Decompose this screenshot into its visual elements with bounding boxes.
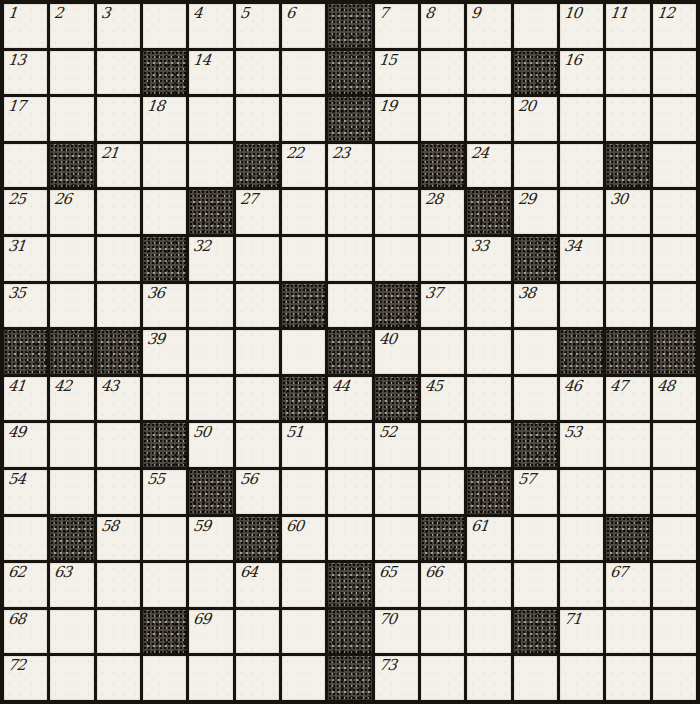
block-r8c1 (4, 330, 47, 374)
cell-r9c8[interactable]: 44 (328, 377, 371, 421)
clue-number-34: 34 (563, 238, 582, 255)
cell-r8c5[interactable] (189, 330, 232, 374)
cell-r4c9[interactable] (375, 144, 418, 188)
cell-r5c7[interactable] (282, 190, 325, 234)
cell-r6c9[interactable] (375, 237, 418, 281)
cell-r10c15[interactable] (653, 423, 696, 467)
cell-r2c13[interactable]: 16 (560, 51, 603, 95)
clue-number-12: 12 (656, 5, 675, 22)
block-r5c11 (467, 190, 510, 234)
cell-r11c7[interactable] (282, 470, 325, 514)
cell-r12c8[interactable] (328, 517, 371, 561)
crossword-grid: 1234567891011121314151617181920212223242… (0, 0, 700, 704)
cell-r10c3[interactable] (97, 423, 140, 467)
cell-r14c6[interactable] (236, 610, 279, 654)
block-r4c2 (50, 144, 93, 188)
block-r8c2 (50, 330, 93, 374)
block-r14c12 (514, 610, 557, 654)
clue-number-15: 15 (378, 52, 397, 69)
block-r6c12 (514, 237, 557, 281)
clue-number-37: 37 (424, 285, 443, 302)
clue-number-7: 7 (378, 5, 388, 22)
cell-r6c1[interactable]: 31 (4, 237, 47, 281)
cell-r10c11[interactable] (467, 423, 510, 467)
block-r8c14 (606, 330, 649, 374)
cell-r13c4[interactable] (143, 563, 186, 607)
cell-r13c14[interactable]: 67 (606, 563, 649, 607)
cell-r2c3[interactable] (97, 51, 140, 95)
cell-r13c11[interactable] (467, 563, 510, 607)
clue-number-44: 44 (331, 378, 350, 395)
cell-r13c1[interactable]: 62 (4, 563, 47, 607)
cell-r11c9[interactable] (375, 470, 418, 514)
clue-number-16: 16 (563, 52, 582, 69)
cell-r8c12[interactable] (514, 330, 557, 374)
cell-r8c9[interactable]: 40 (375, 330, 418, 374)
clue-number-4: 4 (192, 5, 202, 22)
cell-r5c13[interactable] (560, 190, 603, 234)
cell-r14c13[interactable]: 71 (560, 610, 603, 654)
clue-number-73: 73 (378, 657, 397, 674)
cell-r14c10[interactable] (421, 610, 464, 654)
block-r1c8 (328, 4, 371, 48)
cell-r11c10[interactable] (421, 470, 464, 514)
clue-number-36: 36 (146, 285, 165, 302)
cell-r15c12[interactable] (514, 656, 557, 700)
cell-r3c6[interactable] (236, 97, 279, 141)
clue-number-48: 48 (656, 378, 675, 395)
clue-number-6: 6 (285, 5, 295, 22)
cell-r15c15[interactable] (653, 656, 696, 700)
cell-r10c2[interactable] (50, 423, 93, 467)
block-r14c8 (328, 610, 371, 654)
clue-number-66: 66 (424, 564, 443, 581)
cell-r9c13[interactable]: 46 (560, 377, 603, 421)
cell-r7c5[interactable] (189, 284, 232, 328)
cell-r11c3[interactable] (97, 470, 140, 514)
cell-r7c2[interactable] (50, 284, 93, 328)
clue-number-33: 33 (470, 238, 489, 255)
clue-number-28: 28 (424, 191, 443, 208)
cell-r6c10[interactable] (421, 237, 464, 281)
cell-r6c8[interactable] (328, 237, 371, 281)
cell-r9c11[interactable] (467, 377, 510, 421)
cell-r6c6[interactable] (236, 237, 279, 281)
block-r12c14 (606, 517, 649, 561)
clue-number-14: 14 (192, 52, 211, 69)
block-r2c4 (143, 51, 186, 95)
cell-r3c14[interactable] (606, 97, 649, 141)
cell-r1c2[interactable]: 2 (50, 4, 93, 48)
cell-r3c12[interactable]: 20 (514, 97, 557, 141)
cell-r1c3[interactable]: 3 (97, 4, 140, 48)
cell-r15c1[interactable]: 72 (4, 656, 47, 700)
cell-r3c1[interactable]: 17 (4, 97, 47, 141)
clue-number-50: 50 (192, 424, 211, 441)
cell-r10c13[interactable]: 53 (560, 423, 603, 467)
cell-r3c10[interactable] (421, 97, 464, 141)
clue-number-68: 68 (7, 611, 26, 628)
cell-r3c5[interactable] (189, 97, 232, 141)
cell-r13c5[interactable] (189, 563, 232, 607)
cell-r15c4[interactable] (143, 656, 186, 700)
cell-r11c6[interactable]: 56 (236, 470, 279, 514)
cell-r7c3[interactable] (97, 284, 140, 328)
cell-r3c7[interactable] (282, 97, 325, 141)
cell-r14c15[interactable] (653, 610, 696, 654)
clue-number-35: 35 (7, 285, 26, 302)
cell-r4c1[interactable] (4, 144, 47, 188)
cell-r15c3[interactable] (97, 656, 140, 700)
clue-number-71: 71 (563, 611, 582, 628)
block-r9c7 (282, 377, 325, 421)
cell-r10c5[interactable]: 50 (189, 423, 232, 467)
cell-r6c14[interactable] (606, 237, 649, 281)
cell-r9c15[interactable]: 48 (653, 377, 696, 421)
cell-r1c1[interactable]: 1 (4, 4, 47, 48)
block-r6c4 (143, 237, 186, 281)
cell-r12c11[interactable]: 61 (467, 517, 510, 561)
block-r8c8 (328, 330, 371, 374)
clue-number-17: 17 (7, 98, 26, 115)
cell-r13c10[interactable]: 66 (421, 563, 464, 607)
cell-r8c10[interactable] (421, 330, 464, 374)
cell-r15c2[interactable] (50, 656, 93, 700)
cell-r11c15[interactable] (653, 470, 696, 514)
clue-number-10: 10 (563, 5, 582, 22)
cell-r3c3[interactable] (97, 97, 140, 141)
clue-number-2: 2 (53, 5, 63, 22)
cell-r9c4[interactable] (143, 377, 186, 421)
cell-r12c13[interactable] (560, 517, 603, 561)
clue-number-62: 62 (7, 564, 26, 581)
block-r11c5 (189, 470, 232, 514)
cell-r5c2[interactable]: 26 (50, 190, 93, 234)
block-r10c4 (143, 423, 186, 467)
cell-r14c14[interactable] (606, 610, 649, 654)
clue-number-49: 49 (7, 424, 26, 441)
cell-r3c4[interactable]: 18 (143, 97, 186, 141)
clue-number-42: 42 (53, 378, 72, 395)
clue-number-32: 32 (192, 238, 211, 255)
cell-r13c7[interactable] (282, 563, 325, 607)
cell-r9c6[interactable] (236, 377, 279, 421)
cell-r2c14[interactable] (606, 51, 649, 95)
clue-number-67: 67 (609, 564, 628, 581)
cell-r7c13[interactable] (560, 284, 603, 328)
cell-r15c6[interactable] (236, 656, 279, 700)
clue-number-1: 1 (7, 5, 17, 22)
cell-r1c4[interactable] (143, 4, 186, 48)
clue-number-21: 21 (100, 145, 119, 162)
cell-r11c8[interactable] (328, 470, 371, 514)
cell-r9c5[interactable] (189, 377, 232, 421)
block-r2c8 (328, 51, 371, 95)
cell-r13c9[interactable]: 65 (375, 563, 418, 607)
clue-number-72: 72 (7, 657, 26, 674)
cell-r4c3[interactable]: 21 (97, 144, 140, 188)
cell-r5c14[interactable]: 30 (606, 190, 649, 234)
cell-r12c5[interactable]: 59 (189, 517, 232, 561)
cell-r12c7[interactable]: 60 (282, 517, 325, 561)
clue-number-19: 19 (378, 98, 397, 115)
clue-number-70: 70 (378, 611, 397, 628)
cell-r14c2[interactable] (50, 610, 93, 654)
block-r7c7 (282, 284, 325, 328)
cell-r11c12[interactable]: 57 (514, 470, 557, 514)
cell-r5c9[interactable] (375, 190, 418, 234)
cell-r4c12[interactable] (514, 144, 557, 188)
cell-r5c6[interactable]: 27 (236, 190, 279, 234)
block-r13c8 (328, 563, 371, 607)
cell-r14c11[interactable] (467, 610, 510, 654)
cell-r13c15[interactable] (653, 563, 696, 607)
cell-r1c14[interactable]: 11 (606, 4, 649, 48)
cell-r12c15[interactable] (653, 517, 696, 561)
clue-number-11: 11 (609, 5, 628, 22)
cell-r10c14[interactable] (606, 423, 649, 467)
block-r4c10 (421, 144, 464, 188)
clue-number-30: 30 (609, 191, 628, 208)
cell-r9c2[interactable]: 42 (50, 377, 93, 421)
cell-r11c4[interactable]: 55 (143, 470, 186, 514)
cell-r2c10[interactable] (421, 51, 464, 95)
cell-r5c8[interactable] (328, 190, 371, 234)
cell-r15c10[interactable] (421, 656, 464, 700)
cell-r12c3[interactable]: 58 (97, 517, 140, 561)
cell-r3c13[interactable] (560, 97, 603, 141)
cell-r5c4[interactable] (143, 190, 186, 234)
cell-r1c9[interactable]: 7 (375, 4, 418, 48)
cell-r7c11[interactable] (467, 284, 510, 328)
clue-number-65: 65 (378, 564, 397, 581)
scanned-page: 1234567891011121314151617181920212223242… (0, 0, 700, 704)
clue-number-9: 9 (470, 5, 480, 22)
cell-r12c9[interactable] (375, 517, 418, 561)
cell-r13c6[interactable]: 64 (236, 563, 279, 607)
block-r4c14 (606, 144, 649, 188)
cell-r5c3[interactable] (97, 190, 140, 234)
cell-r6c2[interactable] (50, 237, 93, 281)
cell-r12c1[interactable] (4, 517, 47, 561)
block-r8c13 (560, 330, 603, 374)
cell-r7c10[interactable]: 37 (421, 284, 464, 328)
clue-number-18: 18 (146, 98, 165, 115)
clue-number-51: 51 (285, 424, 304, 441)
clue-number-8: 8 (424, 5, 434, 22)
clue-number-45: 45 (424, 378, 443, 395)
cell-r1c6[interactable]: 5 (236, 4, 279, 48)
block-r11c11 (467, 470, 510, 514)
cell-r1c10[interactable]: 8 (421, 4, 464, 48)
cell-r15c13[interactable] (560, 656, 603, 700)
cell-r3c11[interactable] (467, 97, 510, 141)
cell-r9c3[interactable]: 43 (97, 377, 140, 421)
cell-r6c11[interactable]: 33 (467, 237, 510, 281)
cell-r6c5[interactable]: 32 (189, 237, 232, 281)
cell-r2c9[interactable]: 15 (375, 51, 418, 95)
cell-r15c5[interactable] (189, 656, 232, 700)
cell-r13c3[interactable] (97, 563, 140, 607)
clue-number-41: 41 (7, 378, 26, 395)
cell-r9c1[interactable]: 41 (4, 377, 47, 421)
cell-r9c10[interactable]: 45 (421, 377, 464, 421)
cell-r4c15[interactable] (653, 144, 696, 188)
cell-r4c4[interactable] (143, 144, 186, 188)
clue-number-13: 13 (7, 52, 26, 69)
cell-r4c11[interactable]: 24 (467, 144, 510, 188)
cell-r9c12[interactable] (514, 377, 557, 421)
clue-number-57: 57 (517, 471, 536, 488)
cell-r4c8[interactable]: 23 (328, 144, 371, 188)
cell-r11c2[interactable] (50, 470, 93, 514)
cell-r2c15[interactable] (653, 51, 696, 95)
block-r12c6 (236, 517, 279, 561)
block-r14c4 (143, 610, 186, 654)
clue-number-59: 59 (192, 518, 211, 535)
block-r5c5 (189, 190, 232, 234)
clue-number-25: 25 (7, 191, 26, 208)
cell-r8c11[interactable] (467, 330, 510, 374)
cell-r6c7[interactable] (282, 237, 325, 281)
cell-r1c11[interactable]: 9 (467, 4, 510, 48)
cell-r15c7[interactable] (282, 656, 325, 700)
cell-r3c9[interactable]: 19 (375, 97, 418, 141)
clue-number-29: 29 (517, 191, 536, 208)
block-r4c6 (236, 144, 279, 188)
cell-r8c6[interactable] (236, 330, 279, 374)
clue-number-43: 43 (100, 378, 119, 395)
cell-r7c4[interactable]: 36 (143, 284, 186, 328)
clue-number-69: 69 (192, 611, 211, 628)
cell-r12c12[interactable] (514, 517, 557, 561)
cell-r10c8[interactable] (328, 423, 371, 467)
clue-number-24: 24 (470, 145, 489, 162)
cell-r3c15[interactable] (653, 97, 696, 141)
cell-r10c7[interactable]: 51 (282, 423, 325, 467)
cell-r1c7[interactable]: 6 (282, 4, 325, 48)
block-r9c9 (375, 377, 418, 421)
cell-r2c7[interactable] (282, 51, 325, 95)
cell-r5c12[interactable]: 29 (514, 190, 557, 234)
block-r12c2 (50, 517, 93, 561)
cell-r6c3[interactable] (97, 237, 140, 281)
cell-r15c11[interactable] (467, 656, 510, 700)
cell-r5c1[interactable]: 25 (4, 190, 47, 234)
cell-r7c8[interactable] (328, 284, 371, 328)
cell-r8c7[interactable] (282, 330, 325, 374)
clue-number-61: 61 (470, 518, 489, 535)
block-r8c3 (97, 330, 140, 374)
cell-r4c5[interactable] (189, 144, 232, 188)
cell-r6c15[interactable] (653, 237, 696, 281)
cell-r7c14[interactable] (606, 284, 649, 328)
cell-r1c13[interactable]: 10 (560, 4, 603, 48)
cell-r2c1[interactable]: 13 (4, 51, 47, 95)
cell-r2c11[interactable] (467, 51, 510, 95)
clue-number-23: 23 (331, 145, 350, 162)
cell-r11c13[interactable] (560, 470, 603, 514)
clue-number-22: 22 (285, 145, 304, 162)
clue-number-60: 60 (285, 518, 304, 535)
clue-number-26: 26 (53, 191, 72, 208)
clue-number-27: 27 (239, 191, 258, 208)
clue-number-54: 54 (7, 471, 26, 488)
clue-number-64: 64 (239, 564, 258, 581)
clue-number-3: 3 (100, 5, 110, 22)
cell-r2c6[interactable] (236, 51, 279, 95)
cell-r14c3[interactable] (97, 610, 140, 654)
cell-r1c5[interactable]: 4 (189, 4, 232, 48)
cell-r2c2[interactable] (50, 51, 93, 95)
clue-number-20: 20 (517, 98, 536, 115)
cell-r12c4[interactable] (143, 517, 186, 561)
clue-number-63: 63 (53, 564, 72, 581)
cell-r10c6[interactable] (236, 423, 279, 467)
cell-r7c12[interactable]: 38 (514, 284, 557, 328)
cell-r6c13[interactable]: 34 (560, 237, 603, 281)
cell-r7c6[interactable] (236, 284, 279, 328)
cell-r1c12[interactable] (514, 4, 557, 48)
cell-r4c7[interactable]: 22 (282, 144, 325, 188)
cell-r13c13[interactable] (560, 563, 603, 607)
cell-r2c5[interactable]: 14 (189, 51, 232, 95)
cell-r3c2[interactable] (50, 97, 93, 141)
cell-r10c10[interactable] (421, 423, 464, 467)
cell-r1c15[interactable]: 12 (653, 4, 696, 48)
block-r3c8 (328, 97, 371, 141)
clue-number-58: 58 (100, 518, 119, 535)
clue-number-56: 56 (239, 471, 258, 488)
clue-number-40: 40 (378, 331, 397, 348)
cell-r14c1[interactable]: 68 (4, 610, 47, 654)
clue-number-53: 53 (563, 424, 582, 441)
clue-number-55: 55 (146, 471, 165, 488)
clue-number-38: 38 (517, 285, 536, 302)
cell-r14c7[interactable] (282, 610, 325, 654)
clue-number-5: 5 (239, 5, 249, 22)
cell-r11c1[interactable]: 54 (4, 470, 47, 514)
clue-number-47: 47 (609, 378, 628, 395)
cell-r5c15[interactable] (653, 190, 696, 234)
cell-r13c12[interactable] (514, 563, 557, 607)
cell-r10c1[interactable]: 49 (4, 423, 47, 467)
cell-r13c2[interactable]: 63 (50, 563, 93, 607)
cell-r5c10[interactable]: 28 (421, 190, 464, 234)
block-r15c8 (328, 656, 371, 700)
cell-r14c9[interactable]: 70 (375, 610, 418, 654)
clue-number-39: 39 (146, 331, 165, 348)
block-r10c12 (514, 423, 557, 467)
clue-number-52: 52 (378, 424, 397, 441)
block-r2c12 (514, 51, 557, 95)
cell-r14c5[interactable]: 69 (189, 610, 232, 654)
cell-r4c13[interactable] (560, 144, 603, 188)
cell-r9c14[interactable]: 47 (606, 377, 649, 421)
cell-r7c15[interactable] (653, 284, 696, 328)
block-r7c9 (375, 284, 418, 328)
clue-number-46: 46 (563, 378, 582, 395)
cell-r15c14[interactable] (606, 656, 649, 700)
clue-number-31: 31 (7, 238, 26, 255)
block-r8c15 (653, 330, 696, 374)
cell-r11c14[interactable] (606, 470, 649, 514)
cell-r7c1[interactable]: 35 (4, 284, 47, 328)
block-r12c10 (421, 517, 464, 561)
cell-r15c9[interactable]: 73 (375, 656, 418, 700)
cell-r10c9[interactable]: 52 (375, 423, 418, 467)
cell-r8c4[interactable]: 39 (143, 330, 186, 374)
